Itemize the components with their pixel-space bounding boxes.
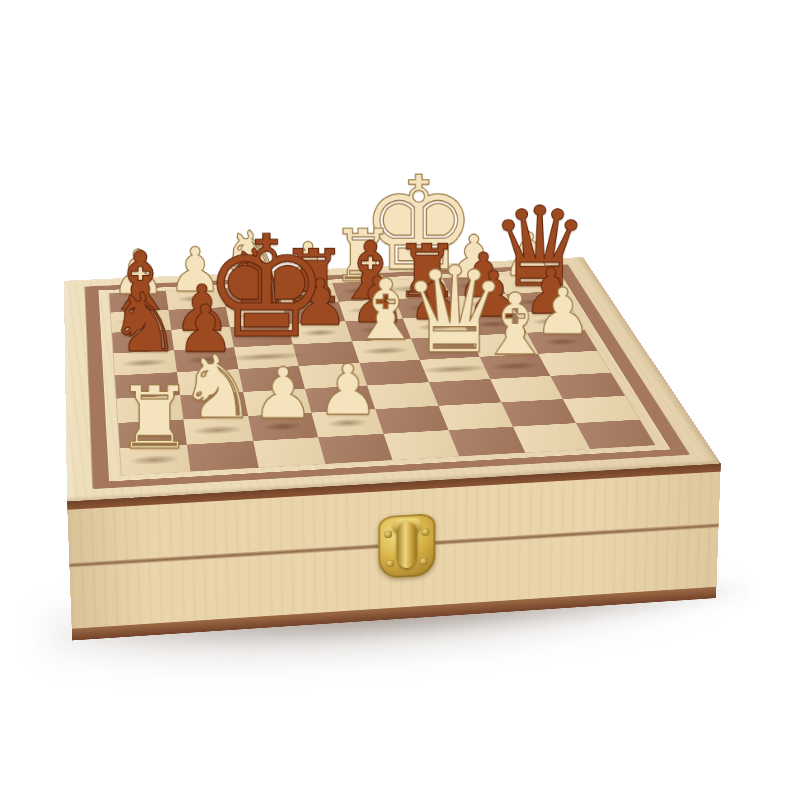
pieces-layer: ♟♟♞♟♜♚♟♟♝♞♜♝♜♟♛♟♟♟♟♟♟♞♟♚♝♟♛♝♞♟♟♜ [64, 257, 721, 501]
product-photo: ♟♟♞♟♜♚♟♟♝♞♜♝♜♟♛♟♟♟♟♟♟♞♟♚♝♟♛♝♞♟♟♜ [0, 0, 800, 800]
chess-box: ♟♟♞♟♜♚♟♟♝♞♜♝♜♟♛♟♟♟♟♟♟♞♟♚♝♟♛♝♞♟♟♜ [64, 257, 721, 501]
board-lid-top: ♟♟♞♟♜♚♟♟♝♞♜♝♜♟♛♟♟♟♟♟♟♞♟♚♝♟♛♝♞♟♟♜ [64, 257, 721, 501]
latch-tongue [396, 522, 417, 569]
light-piece-glyph: ♜ [77, 375, 234, 461]
light-piece-glyph: ♛ [384, 251, 527, 370]
brass-latch [378, 513, 435, 579]
scene-3d: ♟♟♞♟♜♚♟♟♝♞♜♝♜♟♛♟♟♟♟♟♟♞♟♚♝♟♛♝♞♟♟♜ [0, 0, 800, 800]
